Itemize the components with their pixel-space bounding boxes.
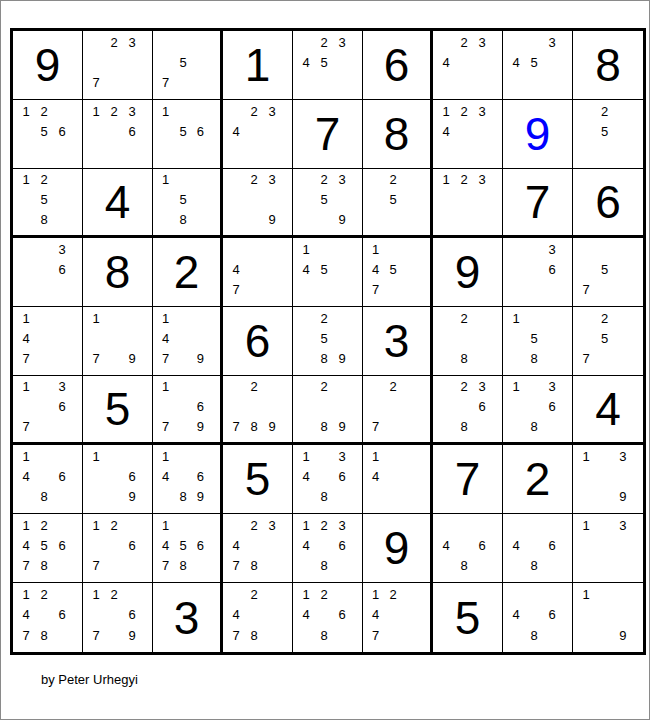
pencil-mark-5: 5: [525, 328, 543, 348]
pencil-marks: 234: [433, 31, 502, 99]
cell-r6c2[interactable]: 5: [83, 376, 153, 445]
pencil-marks: 36: [13, 238, 82, 306]
cell-r1c5[interactable]: 2345: [293, 31, 363, 100]
cell-r2c6[interactable]: 8: [363, 100, 433, 169]
cell-r2c1[interactable]: 1256: [13, 100, 83, 169]
cell-r7c7[interactable]: 7: [433, 445, 503, 514]
pencil-mark-2: 2: [105, 515, 123, 535]
pencil-mark-9: 9: [614, 487, 632, 507]
pencil-mark-6: 6: [333, 605, 351, 626]
pencil-mark-2: 2: [455, 32, 473, 52]
pencil-mark-2: 2: [384, 170, 401, 190]
given-digit: 7: [525, 179, 551, 225]
pencil-mark-8: 8: [35, 209, 53, 229]
pencil-mark-1: 1: [297, 584, 315, 605]
given-digit: 2: [525, 456, 551, 502]
pencil-mark-5: 5: [595, 328, 613, 348]
pencil-mark-2: 2: [315, 377, 333, 397]
pencil-mark-1: 1: [17, 446, 35, 466]
given-digit: 6: [384, 42, 410, 88]
pencil-mark-2: 2: [455, 308, 473, 328]
pencil-mark-6: 6: [53, 397, 71, 417]
pencil-marks: 25: [363, 169, 430, 235]
pencil-mark-3: 3: [263, 101, 281, 121]
pencil-mark-3: 3: [333, 446, 351, 466]
cell-r8c5[interactable]: 123468: [293, 514, 363, 583]
cell-r4c5[interactable]: 145: [293, 238, 363, 307]
cell-r9c9[interactable]: 19: [573, 583, 643, 652]
pencil-marks: 234: [223, 100, 292, 168]
cell-r7c1[interactable]: 1468: [13, 445, 83, 514]
pencil-marks: 345: [503, 31, 572, 99]
pencil-mark-1: 1: [87, 584, 105, 605]
pencil-marks: 1368: [503, 376, 572, 442]
pencil-mark-7: 7: [227, 416, 245, 436]
pencil-marks: 23478: [223, 514, 292, 582]
pencil-mark-6: 6: [53, 259, 71, 279]
pencil-mark-7: 7: [87, 625, 105, 646]
pencil-mark-2: 2: [105, 584, 123, 605]
pencil-mark-6: 6: [333, 466, 351, 486]
cell-r7c9[interactable]: 139: [573, 445, 643, 514]
pencil-marks: 1245678: [13, 514, 82, 582]
pencil-mark-2: 2: [245, 170, 263, 190]
pencil-mark-6: 6: [543, 397, 561, 417]
pencil-mark-9: 9: [333, 209, 351, 229]
pencil-mark-5: 5: [35, 535, 53, 555]
pencil-mark-1: 1: [157, 377, 174, 397]
pencil-mark-1: 1: [87, 446, 105, 466]
cell-r6c8[interactable]: 1368: [503, 376, 573, 445]
pencil-mark-2: 2: [595, 308, 613, 328]
cell-r1c9[interactable]: 8: [573, 31, 643, 100]
cell-r8c7[interactable]: 468: [433, 514, 503, 583]
pencil-mark-4: 4: [227, 121, 245, 141]
pencil-mark-3: 3: [543, 32, 561, 52]
cell-r1c3[interactable]: 57: [153, 31, 223, 100]
pencil-mark-2: 2: [455, 170, 473, 190]
cell-r9c1[interactable]: 124678: [13, 583, 83, 652]
pencil-marks: 145678: [153, 514, 220, 582]
pencil-mark-5: 5: [384, 190, 401, 210]
cell-r1c4[interactable]: 1: [223, 31, 293, 100]
pencil-mark-1: 1: [297, 446, 315, 466]
pencil-mark-8: 8: [35, 556, 53, 576]
pencil-mark-3: 3: [473, 32, 491, 52]
cell-r5c6[interactable]: 3: [363, 307, 433, 376]
pencil-marks: 124678: [13, 583, 82, 652]
cell-r3c4[interactable]: 239: [223, 169, 293, 238]
pencil-marks: 14: [363, 445, 430, 513]
given-digit: 6: [595, 179, 621, 225]
pencil-mark-4: 4: [227, 259, 245, 279]
pencil-mark-4: 4: [17, 605, 35, 626]
given-digit: 8: [384, 111, 410, 157]
given-digit: 2: [174, 249, 200, 295]
cell-r6c4[interactable]: 2789: [223, 376, 293, 445]
cell-r1c6[interactable]: 6: [363, 31, 433, 100]
pencil-mark-1: 1: [87, 515, 105, 535]
pencil-mark-4: 4: [157, 466, 174, 486]
pencil-mark-7: 7: [227, 280, 245, 300]
pencil-mark-7: 7: [87, 349, 105, 369]
pencil-marks: 139: [573, 445, 643, 513]
cell-r3c2[interactable]: 4: [83, 169, 153, 238]
pencil-marks: 239: [223, 169, 292, 235]
cell-r3c5[interactable]: 2359: [293, 169, 363, 238]
pencil-mark-5: 5: [525, 52, 543, 72]
pencil-mark-1: 1: [577, 446, 595, 466]
cell-r7c4[interactable]: 5: [223, 445, 293, 514]
cell-r9c5[interactable]: 12468: [293, 583, 363, 652]
pencil-mark-9: 9: [123, 625, 141, 646]
cell-r3c7[interactable]: 123: [433, 169, 503, 238]
cell-r9c6[interactable]: 1247: [363, 583, 433, 652]
pencil-marks: 2359: [293, 169, 362, 235]
cell-r7c8[interactable]: 2: [503, 445, 573, 514]
cell-r1c1[interactable]: 9: [13, 31, 83, 100]
pencil-mark-3: 3: [333, 515, 351, 535]
pencil-marks: 123468: [293, 514, 362, 582]
pencil-mark-1: 1: [17, 584, 35, 605]
pencil-marks: 1479: [153, 307, 220, 375]
cell-r9c4[interactable]: 2478: [223, 583, 293, 652]
pencil-mark-8: 8: [35, 625, 53, 646]
pencil-mark-2: 2: [315, 308, 333, 328]
cell-r1c7[interactable]: 234: [433, 31, 503, 100]
pencil-mark-8: 8: [245, 625, 263, 646]
pencil-mark-4: 4: [17, 535, 35, 555]
given-digit: 5: [245, 456, 271, 502]
pencil-marks: 156: [153, 100, 220, 168]
pencil-mark-1: 1: [507, 377, 525, 397]
cell-r6c5[interactable]: 289: [293, 376, 363, 445]
pencil-mark-8: 8: [455, 556, 473, 576]
pencil-mark-1: 1: [577, 515, 595, 535]
pencil-mark-3: 3: [263, 170, 281, 190]
pencil-mark-6: 6: [53, 535, 71, 555]
pencil-mark-7: 7: [227, 556, 245, 576]
pencil-marks: 1236: [83, 100, 152, 168]
pencil-mark-8: 8: [455, 349, 473, 369]
pencil-mark-5: 5: [595, 259, 613, 279]
pencil-marks: 179: [83, 307, 152, 375]
cell-r8c1[interactable]: 1245678: [13, 514, 83, 583]
pencil-mark-1: 1: [157, 170, 174, 190]
pencil-mark-2: 2: [35, 170, 53, 190]
pencil-mark-1: 1: [297, 239, 315, 259]
pencil-marks: 2789: [223, 376, 292, 442]
pencil-mark-7: 7: [17, 416, 35, 436]
cell-r9c8[interactable]: 468: [503, 583, 573, 652]
pencil-marks: 13: [573, 514, 643, 582]
pencil-marks: 2345: [293, 31, 362, 99]
cell-r6c3[interactable]: 1679: [153, 376, 223, 445]
sudoku-board: 9237571234562343458125612361562347812349…: [10, 28, 646, 655]
pencil-mark-9: 9: [192, 416, 209, 436]
pencil-mark-7: 7: [157, 73, 174, 93]
given-digit: 4: [105, 179, 131, 225]
pencil-mark-8: 8: [525, 349, 543, 369]
cell-r8c8[interactable]: 468: [503, 514, 573, 583]
pencil-mark-1: 1: [367, 584, 384, 605]
pencil-mark-7: 7: [157, 416, 174, 436]
pencil-marks: 1234: [433, 100, 502, 168]
pencil-mark-1: 1: [157, 308, 174, 328]
cell-r2c4[interactable]: 234: [223, 100, 293, 169]
pencil-mark-9: 9: [333, 349, 351, 369]
pencil-mark-6: 6: [543, 535, 561, 555]
pencil-mark-1: 1: [437, 170, 455, 190]
pencil-mark-4: 4: [437, 52, 455, 72]
pencil-mark-3: 3: [123, 101, 141, 121]
cell-r3c9[interactable]: 6: [573, 169, 643, 238]
cell-r5c7[interactable]: 28: [433, 307, 503, 376]
cell-r9c2[interactable]: 12679: [83, 583, 153, 652]
pencil-mark-6: 6: [123, 121, 141, 141]
pencil-mark-2: 2: [245, 101, 263, 121]
pencil-marks: 237: [83, 31, 152, 99]
pencil-mark-7: 7: [17, 349, 35, 369]
cell-r2c3[interactable]: 156: [153, 100, 223, 169]
pencil-mark-3: 3: [473, 101, 491, 121]
pencil-mark-3: 3: [473, 170, 491, 190]
cell-r4c3[interactable]: 2: [153, 238, 223, 307]
cell-r4c4[interactable]: 47: [223, 238, 293, 307]
cell-r8c4[interactable]: 23478: [223, 514, 293, 583]
pencil-marks: 257: [573, 307, 643, 375]
given-digit: 9: [384, 525, 410, 571]
pencil-mark-1: 1: [17, 170, 35, 190]
pencil-mark-7: 7: [17, 625, 35, 646]
pencil-marks: 1679: [153, 376, 220, 442]
pencil-mark-9: 9: [123, 349, 141, 369]
cell-r7c6[interactable]: 14: [363, 445, 433, 514]
pencil-mark-6: 6: [123, 605, 141, 626]
cell-r8c2[interactable]: 1267: [83, 514, 153, 583]
pencil-mark-5: 5: [315, 328, 333, 348]
cell-r3c1[interactable]: 1258: [13, 169, 83, 238]
pencil-mark-1: 1: [507, 308, 525, 328]
pencil-marks: 468: [503, 583, 572, 652]
pencil-mark-5: 5: [315, 259, 333, 279]
pencil-mark-8: 8: [315, 416, 333, 436]
pencil-marks: 158: [153, 169, 220, 235]
pencil-mark-1: 1: [17, 515, 35, 535]
pencil-mark-7: 7: [367, 625, 384, 646]
cell-r2c8[interactable]: 9: [503, 100, 573, 169]
pencil-mark-5: 5: [35, 121, 53, 141]
cell-r2c5[interactable]: 7: [293, 100, 363, 169]
given-digit: 3: [174, 595, 200, 641]
cell-r5c2[interactable]: 179: [83, 307, 153, 376]
pencil-mark-6: 6: [53, 121, 71, 141]
given-digit: 7: [455, 456, 481, 502]
pencil-marks: 2478: [223, 583, 292, 652]
given-digit: 8: [105, 249, 131, 295]
pencil-mark-3: 3: [53, 239, 71, 259]
pencil-mark-4: 4: [157, 535, 174, 555]
pencil-mark-4: 4: [367, 605, 384, 626]
cell-r5c9[interactable]: 257: [573, 307, 643, 376]
pencil-mark-8: 8: [245, 556, 263, 576]
pencil-marks: 169: [83, 445, 152, 513]
pencil-marks: 468: [503, 514, 572, 582]
pencil-mark-1: 1: [17, 308, 35, 328]
pencil-mark-3: 3: [53, 377, 71, 397]
pencil-mark-1: 1: [87, 308, 105, 328]
pencil-mark-3: 3: [333, 32, 351, 52]
pencil-mark-7: 7: [87, 556, 105, 576]
pencil-mark-8: 8: [174, 487, 191, 507]
pencil-mark-4: 4: [367, 466, 384, 486]
pencil-mark-4: 4: [297, 466, 315, 486]
cell-r7c2[interactable]: 169: [83, 445, 153, 514]
pencil-mark-2: 2: [35, 515, 53, 535]
pencil-mark-9: 9: [333, 416, 351, 436]
pencil-mark-2: 2: [315, 32, 333, 52]
cell-r1c8[interactable]: 345: [503, 31, 573, 100]
pencil-mark-4: 4: [157, 328, 174, 348]
cell-r4c6[interactable]: 1457: [363, 238, 433, 307]
pencil-mark-6: 6: [53, 466, 71, 486]
pencil-mark-8: 8: [174, 556, 191, 576]
cell-r7c3[interactable]: 14689: [153, 445, 223, 514]
pencil-mark-2: 2: [384, 377, 401, 397]
given-digit: 9: [455, 249, 481, 295]
pencil-mark-6: 6: [192, 397, 209, 417]
cell-r5c5[interactable]: 2589: [293, 307, 363, 376]
pencil-marks: 19: [573, 583, 643, 652]
pencil-mark-5: 5: [174, 52, 191, 72]
cell-r3c8[interactable]: 7: [503, 169, 573, 238]
pencil-mark-4: 4: [227, 605, 245, 626]
cell-r6c7[interactable]: 2368: [433, 376, 503, 445]
pencil-mark-4: 4: [227, 535, 245, 555]
cell-r6c6[interactable]: 27: [363, 376, 433, 445]
pencil-mark-1: 1: [17, 101, 35, 121]
pencil-mark-7: 7: [577, 280, 595, 300]
pencil-marks: 57: [153, 31, 220, 99]
pencil-mark-7: 7: [367, 416, 384, 436]
cell-r8c9[interactable]: 13: [573, 514, 643, 583]
pencil-mark-4: 4: [17, 466, 35, 486]
pencil-mark-3: 3: [614, 515, 632, 535]
cell-r3c6[interactable]: 25: [363, 169, 433, 238]
pencil-marks: 1258: [13, 169, 82, 235]
cell-r4c7[interactable]: 9: [433, 238, 503, 307]
given-digit: 9: [35, 42, 61, 88]
pencil-mark-1: 1: [87, 101, 105, 121]
pencil-mark-5: 5: [174, 190, 191, 210]
cell-r6c9[interactable]: 4: [573, 376, 643, 445]
pencil-mark-8: 8: [315, 487, 333, 507]
pencil-mark-5: 5: [174, 121, 191, 141]
pencil-mark-3: 3: [543, 377, 561, 397]
cell-r1c2[interactable]: 237: [83, 31, 153, 100]
cell-r6c1[interactable]: 1367: [13, 376, 83, 445]
pencil-mark-9: 9: [263, 416, 281, 436]
pencil-marks: 1247: [363, 583, 430, 652]
cell-r2c2[interactable]: 1236: [83, 100, 153, 169]
pencil-marks: 468: [433, 514, 502, 582]
pencil-mark-7: 7: [577, 349, 595, 369]
cell-r2c9[interactable]: 25: [573, 100, 643, 169]
pencil-mark-7: 7: [157, 556, 174, 576]
pencil-mark-6: 6: [53, 605, 71, 626]
pencil-mark-2: 2: [315, 170, 333, 190]
pencil-marks: 12679: [83, 583, 152, 652]
cell-r3c3[interactable]: 158: [153, 169, 223, 238]
pencil-mark-8: 8: [525, 625, 543, 646]
pencil-mark-2: 2: [35, 584, 53, 605]
cell-r2c7[interactable]: 1234: [433, 100, 503, 169]
cell-r5c4[interactable]: 6: [223, 307, 293, 376]
pencil-mark-3: 3: [333, 170, 351, 190]
pencil-mark-8: 8: [525, 556, 543, 576]
cell-r4c8[interactable]: 36: [503, 238, 573, 307]
cell-r5c8[interactable]: 158: [503, 307, 573, 376]
pencil-mark-3: 3: [543, 239, 561, 259]
pencil-mark-3: 3: [263, 515, 281, 535]
given-digit: 5: [105, 386, 131, 432]
pencil-mark-6: 6: [192, 121, 209, 141]
pencil-marks: 147: [13, 307, 82, 375]
pencil-mark-4: 4: [297, 535, 315, 555]
cell-r5c1[interactable]: 147: [13, 307, 83, 376]
pencil-mark-6: 6: [123, 466, 141, 486]
pencil-mark-2: 2: [455, 101, 473, 121]
pencil-mark-6: 6: [473, 397, 491, 417]
cell-r4c1[interactable]: 36: [13, 238, 83, 307]
pencil-mark-1: 1: [367, 239, 384, 259]
cell-r8c3[interactable]: 145678: [153, 514, 223, 583]
pencil-marks: 47: [223, 238, 292, 306]
pencil-marks: 1468: [13, 445, 82, 513]
pencil-mark-8: 8: [315, 625, 333, 646]
cell-r8c6[interactable]: 9: [363, 514, 433, 583]
pencil-mark-7: 7: [87, 73, 105, 93]
pencil-mark-6: 6: [192, 466, 209, 486]
cell-r4c2[interactable]: 8: [83, 238, 153, 307]
cell-r7c5[interactable]: 13468: [293, 445, 363, 514]
given-digit: 6: [245, 318, 271, 364]
pencil-mark-6: 6: [192, 535, 209, 555]
pencil-mark-4: 4: [437, 535, 455, 555]
pencil-mark-7: 7: [157, 349, 174, 369]
pencil-marks: 1267: [83, 514, 152, 582]
cell-r5c3[interactable]: 1479: [153, 307, 223, 376]
given-digit: 4: [595, 386, 621, 432]
cell-r4c9[interactable]: 57: [573, 238, 643, 307]
pencil-marks: 1256: [13, 100, 82, 168]
pencil-mark-4: 4: [507, 535, 525, 555]
pencil-mark-5: 5: [384, 259, 401, 279]
pencil-mark-9: 9: [192, 349, 209, 369]
cell-r9c7[interactable]: 5: [433, 583, 503, 652]
pencil-mark-1: 1: [157, 101, 174, 121]
pencil-mark-4: 4: [17, 328, 35, 348]
pencil-mark-8: 8: [455, 416, 473, 436]
cell-r9c3[interactable]: 3: [153, 583, 223, 652]
pencil-mark-7: 7: [367, 280, 384, 300]
pencil-mark-6: 6: [333, 535, 351, 555]
pencil-mark-8: 8: [315, 556, 333, 576]
pencil-mark-2: 2: [105, 32, 123, 52]
pencil-mark-6: 6: [543, 605, 561, 626]
pencil-mark-5: 5: [174, 535, 191, 555]
pencil-mark-2: 2: [245, 377, 263, 397]
